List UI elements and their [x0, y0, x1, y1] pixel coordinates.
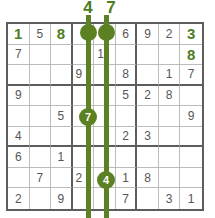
cell-r2c1[interactable]: 7	[8, 45, 30, 66]
cell-r8c5[interactable]	[94, 168, 116, 189]
cell-r1c2[interactable]: 5	[30, 24, 52, 45]
cell-r9c6[interactable]: 7	[116, 188, 138, 209]
cell-r5c3[interactable]: 5	[51, 106, 73, 127]
cell-digit: 7	[122, 193, 129, 205]
cell-r2c5[interactable]: 1	[94, 45, 116, 66]
cell-r7c8[interactable]	[159, 147, 181, 168]
cell-r1c6[interactable]: 6	[116, 24, 138, 45]
cell-r7c6[interactable]	[116, 147, 138, 168]
cell-r7c2[interactable]	[30, 147, 52, 168]
cell-digit: 9	[188, 110, 195, 122]
cell-digit: 1	[122, 172, 129, 184]
cell-r8c1[interactable]	[8, 168, 30, 189]
cell-digit: 2	[166, 28, 173, 40]
cell-digit: 3	[187, 26, 195, 41]
cell-r5c7[interactable]	[137, 106, 159, 127]
cell-r2c2[interactable]	[30, 45, 52, 66]
cell-r1c3[interactable]: 8	[51, 24, 73, 45]
cell-r5c8[interactable]	[159, 106, 181, 127]
cell-r4c7[interactable]: 2	[137, 86, 159, 107]
cell-r1c9[interactable]: 3	[180, 24, 202, 45]
cell-r9c3[interactable]: 9	[51, 188, 73, 209]
cell-r8c9[interactable]	[180, 168, 202, 189]
cell-r9c4[interactable]	[73, 188, 95, 209]
cell-r6c8[interactable]	[159, 127, 181, 148]
cell-digit: 3	[166, 193, 173, 205]
cell-r9c1[interactable]: 2	[8, 188, 30, 209]
cell-r4c4[interactable]	[73, 86, 95, 107]
cell-digit: 8	[57, 26, 65, 41]
cell-r9c5[interactable]	[94, 188, 116, 209]
cell-r1c7[interactable]: 9	[137, 24, 159, 45]
cell-digit: 2	[76, 172, 83, 184]
cell-digit: 9	[76, 68, 83, 80]
cell-r1c5[interactable]	[94, 24, 116, 45]
cell-digit: 9	[144, 28, 151, 40]
cell-r2c7[interactable]	[137, 45, 159, 66]
cell-r5c1[interactable]	[8, 106, 30, 127]
cell-digit: 6	[122, 28, 129, 40]
cell-digit: 8	[187, 47, 195, 62]
cell-digit: 1	[58, 151, 65, 163]
cell-r6c9[interactable]	[180, 127, 202, 148]
cell-r4c5[interactable]	[94, 86, 116, 107]
cell-r4c2[interactable]	[30, 86, 52, 107]
cell-r8c2[interactable]: 7	[30, 168, 52, 189]
cell-r2c6[interactable]	[116, 45, 138, 66]
cell-r6c2[interactable]	[30, 127, 52, 148]
cell-digit: 2	[144, 89, 151, 101]
cell-digit: 5	[58, 110, 65, 122]
cell-digit: 2	[15, 193, 22, 205]
cell-r8c8[interactable]	[159, 168, 181, 189]
cell-r5c9[interactable]: 9	[180, 106, 202, 127]
cell-r2c8[interactable]	[159, 45, 181, 66]
cell-r8c7[interactable]: 8	[137, 168, 159, 189]
cell-digit: 5	[122, 89, 129, 101]
column-label-4: 4	[80, 0, 96, 18]
cell-r8c3[interactable]	[51, 168, 73, 189]
cell-digit: 7	[15, 48, 22, 60]
cell-r4c3[interactable]	[51, 86, 73, 107]
cell-r7c4[interactable]	[73, 147, 95, 168]
cell-r3c1[interactable]	[8, 65, 30, 86]
cell-digit: 8	[144, 172, 151, 184]
cell-r5c4[interactable]	[73, 106, 95, 127]
cell-r7c5[interactable]	[94, 147, 116, 168]
cell-r3c6[interactable]: 8	[116, 65, 138, 86]
cell-r7c9[interactable]	[180, 147, 202, 168]
cell-r3c2[interactable]	[30, 65, 52, 86]
cell-r3c7[interactable]	[137, 65, 159, 86]
cell-r7c7[interactable]	[137, 147, 159, 168]
cell-r3c9[interactable]: 7	[180, 65, 202, 86]
sudoku-board: 1586923718981795285942361721829731	[6, 22, 204, 211]
cell-digit: 1	[188, 193, 195, 205]
cell-r6c5[interactable]	[94, 127, 116, 148]
cell-r5c5[interactable]	[94, 106, 116, 127]
cell-digit: 7	[188, 68, 195, 80]
cell-r2c4[interactable]	[73, 45, 95, 66]
cell-r6c1[interactable]: 4	[8, 127, 30, 148]
cell-r3c3[interactable]	[51, 65, 73, 86]
cell-r4c1[interactable]: 9	[8, 86, 30, 107]
cell-r8c6[interactable]: 1	[116, 168, 138, 189]
cell-r6c6[interactable]: 2	[116, 127, 138, 148]
cell-digit: 9	[15, 89, 22, 101]
cell-digit: 3	[144, 130, 151, 142]
cell-r5c2[interactable]	[30, 106, 52, 127]
cell-r9c8[interactable]: 3	[159, 188, 181, 209]
cell-digit: 7	[36, 172, 43, 184]
sudoku-puzzle: 1586923718981795285942361721829731 4774	[0, 0, 215, 218]
cell-r7c3[interactable]: 1	[51, 147, 73, 168]
cell-digit: 1	[97, 48, 104, 60]
cell-digit: 1	[166, 68, 173, 80]
cell-digit: 8	[122, 68, 129, 80]
cell-r7c1[interactable]: 6	[8, 147, 30, 168]
cell-digit: 5	[36, 28, 43, 40]
cell-r1c1[interactable]: 1	[8, 24, 30, 45]
cell-r4c8[interactable]: 8	[159, 86, 181, 107]
cell-r3c8[interactable]: 1	[159, 65, 181, 86]
column-label-7: 7	[103, 0, 119, 18]
cell-r4c9[interactable]	[180, 86, 202, 107]
cell-r3c5[interactable]	[94, 65, 116, 86]
cell-r4c6[interactable]: 5	[116, 86, 138, 107]
cell-digit: 2	[122, 130, 129, 142]
cell-r1c8[interactable]: 2	[159, 24, 181, 45]
cell-r2c9[interactable]: 8	[180, 45, 202, 66]
cell-r6c4[interactable]	[73, 127, 95, 148]
cell-r3c4[interactable]: 9	[73, 65, 95, 86]
cell-r2c3[interactable]	[51, 45, 73, 66]
cell-r9c2[interactable]	[30, 188, 52, 209]
cell-digit: 8	[166, 89, 173, 101]
cell-r5c6[interactable]	[116, 106, 138, 127]
cell-r9c7[interactable]	[137, 188, 159, 209]
cell-r1c4[interactable]	[73, 24, 95, 45]
cell-digit: 6	[15, 151, 22, 163]
cell-r8c4[interactable]: 2	[73, 168, 95, 189]
cell-r9c9[interactable]: 1	[180, 188, 202, 209]
cell-digit: 1	[14, 26, 22, 41]
cell-digit: 4	[15, 130, 22, 142]
cell-r6c3[interactable]	[51, 127, 73, 148]
cell-digit: 9	[58, 193, 65, 205]
cell-r6c7[interactable]: 3	[137, 127, 159, 148]
